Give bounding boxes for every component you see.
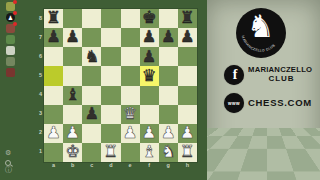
piece-white-pawn[interactable]: ♟ bbox=[161, 125, 176, 142]
rank-label-7: 7 bbox=[34, 35, 42, 41]
square-e2[interactable]: ♟ bbox=[121, 124, 140, 143]
piece-black-pawn[interactable]: ♟ bbox=[46, 29, 61, 46]
rank-label-4: 4 bbox=[34, 92, 42, 98]
square-f1[interactable]: ♝ bbox=[140, 143, 159, 162]
rank-label-1: 1 bbox=[34, 149, 42, 155]
square-d3[interactable] bbox=[101, 105, 120, 124]
piece-white-pawn[interactable]: ♟ bbox=[142, 125, 157, 142]
square-c3[interactable]: ♟ bbox=[82, 105, 101, 124]
square-g6[interactable] bbox=[159, 47, 178, 66]
square-g4[interactable] bbox=[159, 86, 178, 105]
sidebar-icon-7[interactable] bbox=[6, 68, 15, 77]
club-knight-logo: ♞ MARIANCZELLO CLUB bbox=[235, 7, 287, 59]
info-circle-icon[interactable]: ⓘ bbox=[5, 167, 12, 174]
file-label-g: g bbox=[159, 163, 178, 169]
footer-name-label: MARIANCZELLO bbox=[239, 167, 308, 176]
settings-gear-icon[interactable]: ⚙ bbox=[5, 150, 11, 157]
sidebar-icon-3-notification-badge bbox=[13, 22, 17, 26]
sidebar-icon-1-notification-badge bbox=[13, 0, 17, 4]
square-a3[interactable] bbox=[44, 105, 63, 124]
piece-white-rook[interactable]: ♜ bbox=[104, 144, 119, 161]
footer-name-band: MARIANCZELLO bbox=[227, 166, 320, 177]
square-h3[interactable] bbox=[178, 105, 197, 124]
square-b8[interactable] bbox=[63, 9, 82, 28]
sidebar-icon-6[interactable] bbox=[6, 57, 15, 66]
sidebar-icon-2-notification-badge bbox=[13, 11, 17, 15]
piece-white-knight[interactable]: ♞ bbox=[161, 144, 176, 161]
square-g3[interactable] bbox=[159, 105, 178, 124]
piece-white-rook[interactable]: ♜ bbox=[180, 144, 195, 161]
square-f3[interactable] bbox=[140, 105, 159, 124]
file-label-a: a bbox=[44, 163, 63, 169]
square-g2[interactable]: ♟ bbox=[159, 124, 178, 143]
website-label: CHESS.COM bbox=[248, 93, 312, 113]
piece-black-bishop[interactable]: ♝ bbox=[65, 86, 80, 103]
square-c4[interactable] bbox=[82, 86, 101, 105]
file-label-f: f bbox=[140, 163, 159, 169]
piece-white-pawn[interactable]: ♟ bbox=[65, 125, 80, 142]
piece-white-pawn[interactable]: ♟ bbox=[46, 125, 61, 142]
square-a1[interactable] bbox=[44, 143, 63, 162]
file-label-b: b bbox=[63, 163, 82, 169]
square-h7[interactable]: ♟ bbox=[178, 28, 197, 47]
square-d2[interactable] bbox=[101, 124, 120, 143]
square-a8[interactable]: ♜ bbox=[44, 9, 63, 28]
square-d8[interactable] bbox=[101, 9, 120, 28]
square-a4[interactable] bbox=[44, 86, 63, 105]
logo-knight-icon: ♞ bbox=[247, 8, 275, 44]
rank-label-6: 6 bbox=[34, 54, 42, 60]
square-d6[interactable] bbox=[101, 47, 120, 66]
square-b2[interactable]: ♟ bbox=[63, 124, 82, 143]
piece-black-queen[interactable]: ♛ bbox=[142, 67, 157, 84]
square-f5[interactable]: ♛ bbox=[140, 66, 159, 85]
sidebar-icon-1[interactable] bbox=[6, 2, 15, 11]
square-h2[interactable]: ♟ bbox=[178, 124, 197, 143]
piece-black-rook[interactable]: ♜ bbox=[180, 10, 195, 27]
facebook-club-name: MARIANCZELLO bbox=[248, 65, 312, 75]
piece-black-pawn[interactable]: ♟ bbox=[180, 29, 195, 46]
piece-black-pawn[interactable]: ♟ bbox=[142, 29, 157, 46]
www-globe-icon: www bbox=[224, 93, 244, 113]
piece-black-rook[interactable]: ♜ bbox=[46, 10, 61, 27]
square-g8[interactable] bbox=[159, 9, 178, 28]
square-g7[interactable]: ♟ bbox=[159, 28, 178, 47]
square-d1[interactable]: ♜ bbox=[101, 143, 120, 162]
square-g5[interactable] bbox=[159, 66, 178, 85]
square-e5[interactable] bbox=[121, 66, 140, 85]
square-b5[interactable] bbox=[63, 66, 82, 85]
square-e8[interactable] bbox=[121, 9, 140, 28]
square-f2[interactable]: ♟ bbox=[140, 124, 159, 143]
square-c7[interactable] bbox=[82, 28, 101, 47]
square-c2[interactable] bbox=[82, 124, 101, 143]
sidebar-icon-5[interactable] bbox=[6, 46, 15, 55]
square-c8[interactable] bbox=[82, 9, 101, 28]
piece-black-pawn[interactable]: ♟ bbox=[84, 105, 99, 122]
piece-black-knight[interactable]: ♞ bbox=[84, 48, 99, 65]
branding-panel: ♞ MARIANCZELLO CLUB f MARIANCZELLO CLUB … bbox=[207, 0, 320, 180]
file-label-h: h bbox=[178, 163, 197, 169]
square-f6[interactable]: ♟ bbox=[140, 47, 159, 66]
square-c5[interactable] bbox=[82, 66, 101, 85]
square-a6[interactable] bbox=[44, 47, 63, 66]
square-e4[interactable] bbox=[121, 86, 140, 105]
square-f4[interactable] bbox=[140, 86, 159, 105]
square-d5[interactable] bbox=[101, 66, 120, 85]
rank-label-8: 8 bbox=[34, 16, 42, 22]
square-h1[interactable]: ♜ bbox=[178, 143, 197, 162]
square-d7[interactable] bbox=[101, 28, 120, 47]
square-h4[interactable] bbox=[178, 86, 197, 105]
square-f8[interactable]: ♚ bbox=[140, 9, 159, 28]
square-g1[interactable]: ♞ bbox=[159, 143, 178, 162]
piece-white-bishop[interactable]: ♝ bbox=[142, 144, 157, 161]
website-row: www CHESS.COM bbox=[224, 93, 312, 113]
square-e3[interactable]: ♛ bbox=[121, 105, 140, 124]
square-d4[interactable] bbox=[101, 86, 120, 105]
chess-board[interactable]: ♜♚♜♟♟♟♟♟♞♟♛♝♟♛♟♟♟♟♟♟♚♜♝♞♜ bbox=[44, 9, 197, 162]
file-label-c: c bbox=[82, 163, 101, 169]
sidebar-icon-4[interactable] bbox=[6, 35, 15, 44]
piece-white-king[interactable]: ♚ bbox=[65, 144, 80, 161]
piece-white-pawn[interactable]: ♟ bbox=[180, 125, 195, 142]
file-label-e: e bbox=[121, 163, 140, 169]
rank-label-3: 3 bbox=[34, 111, 42, 117]
square-c1[interactable] bbox=[82, 143, 101, 162]
piece-black-pawn[interactable]: ♟ bbox=[65, 29, 80, 46]
square-b4[interactable]: ♝ bbox=[63, 86, 82, 105]
facebook-club-suffix: CLUB bbox=[248, 75, 315, 83]
video-frame: ♜♚♜♟♟♟♟♟♞♟♛♝♟♛♟♟♟♟♟♟♚♜♝♞♜ 87654321abcdef… bbox=[0, 0, 320, 180]
square-a2[interactable]: ♟ bbox=[44, 124, 63, 143]
square-c6[interactable]: ♞ bbox=[82, 47, 101, 66]
square-b3[interactable] bbox=[63, 105, 82, 124]
square-e1[interactable] bbox=[121, 143, 140, 162]
square-e7[interactable] bbox=[121, 28, 140, 47]
square-a7[interactable]: ♟ bbox=[44, 28, 63, 47]
piece-black-king[interactable]: ♚ bbox=[142, 10, 157, 27]
facebook-icon: f bbox=[224, 65, 244, 85]
piece-black-pawn[interactable]: ♟ bbox=[142, 48, 157, 65]
square-f7[interactable]: ♟ bbox=[140, 28, 159, 47]
piece-black-pawn[interactable]: ♟ bbox=[161, 29, 176, 46]
square-a5[interactable] bbox=[44, 66, 63, 85]
file-label-d: d bbox=[101, 163, 120, 169]
square-h6[interactable] bbox=[178, 47, 197, 66]
square-h5[interactable] bbox=[178, 66, 197, 85]
square-e6[interactable] bbox=[121, 47, 140, 66]
square-b6[interactable] bbox=[63, 47, 82, 66]
piece-white-pawn[interactable]: ♟ bbox=[123, 125, 138, 142]
rank-label-5: 5 bbox=[34, 73, 42, 79]
rank-label-2: 2 bbox=[34, 130, 42, 136]
sidebar-icon-2[interactable]: ♟ bbox=[6, 13, 15, 22]
square-b7[interactable]: ♟ bbox=[63, 28, 82, 47]
sidebar-icon-3[interactable] bbox=[6, 24, 15, 33]
piece-white-queen[interactable]: ♛ bbox=[123, 105, 138, 122]
chess-page-background: ♜♚♜♟♟♟♟♟♞♟♛♝♟♛♟♟♟♟♟♟♚♜♝♞♜ 87654321abcdef… bbox=[0, 0, 207, 180]
facebook-row: f MARIANCZELLO CLUB bbox=[224, 65, 315, 85]
square-h8[interactable]: ♜ bbox=[178, 9, 197, 28]
square-b1[interactable]: ♚ bbox=[63, 143, 82, 162]
